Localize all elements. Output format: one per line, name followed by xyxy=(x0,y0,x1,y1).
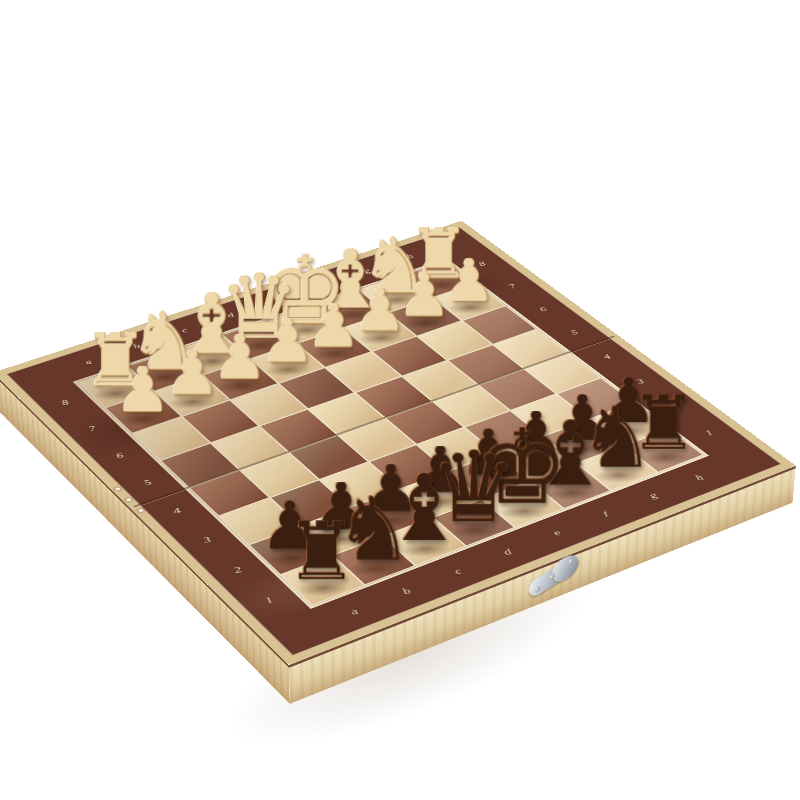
rank-label: 6 xyxy=(89,437,150,475)
product-photo: 87654321 87654321 abcdefgh abcdefgh ♜♞♝♛… xyxy=(0,0,800,800)
piece-light-pawn[interactable]: ♟ xyxy=(353,288,406,334)
scene: 87654321 87654321 abcdefgh abcdefgh ♜♞♝♛… xyxy=(0,0,800,800)
hinge-screw-icon xyxy=(114,487,121,491)
piece-light-pawn[interactable]: ♟ xyxy=(213,334,267,381)
latch-tongue xyxy=(551,550,581,586)
hinge-screw-icon xyxy=(125,498,132,502)
piece-light-pawn[interactable]: ♟ xyxy=(307,303,361,350)
chess-board: 87654321 87654321 abcdefgh abcdefgh ♜♞♝♛… xyxy=(0,221,796,665)
piece-light-pawn[interactable]: ♟ xyxy=(164,350,219,398)
piece-light-pawn[interactable]: ♟ xyxy=(115,366,170,414)
piece-dark-rook[interactable]: ♜ xyxy=(286,520,358,582)
piece-light-pawn[interactable]: ♟ xyxy=(260,318,314,365)
